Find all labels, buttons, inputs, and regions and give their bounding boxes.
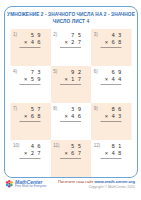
brand-tagline: Free Math for Everyone: [15, 185, 47, 189]
problem-cell-3: 3) 4 3 × 6 8: [91, 29, 131, 66]
multiplicand: 4 6: [21, 143, 41, 150]
problem-cell-4: 4) 7 3 × 5 9: [11, 66, 51, 103]
problem-work: 8 1 × 4 8: [101, 143, 121, 171]
problem-number: 9): [94, 106, 98, 111]
problem-work: 8 6 × 4 3: [101, 106, 121, 134]
multiplicand: 5 7: [21, 106, 41, 113]
problem-number: 2): [53, 32, 57, 37]
mathcenter-flower-logo-icon: [5, 180, 14, 189]
multiplicand: 7 5: [61, 32, 81, 39]
problem-number: 6): [94, 69, 98, 74]
problem-work: 5 5 × 6 7: [61, 143, 81, 171]
worksheet-border: УМНОЖЕНИЕ 2 - ЗНАЧНОГО ЧИСЛА НА 2 - ЗНАЧ…: [4, 6, 138, 178]
multiplier: × 2 7: [21, 150, 41, 157]
problem-cell-5: 5) 9 2 × 1 7: [51, 66, 91, 103]
answer-space[interactable]: [101, 84, 121, 97]
multiplicand: 4 3: [101, 32, 121, 39]
problem-work: 4 6 × 2 7: [21, 143, 41, 171]
answer-space[interactable]: [21, 121, 41, 134]
problem-number: 3): [94, 32, 98, 37]
multiplier: × 6 7: [61, 150, 81, 157]
multiplicand: 8 1: [101, 143, 121, 150]
problem-number: 8): [53, 106, 57, 111]
multiplicand: 5 9: [21, 32, 41, 39]
footer-links: Посетите наш сайт www.math-center.org Co…: [58, 180, 135, 190]
answer-space[interactable]: [61, 84, 81, 97]
problem-number: 12): [94, 143, 101, 148]
problem-cell-11: 11) 5 5 × 6 7: [51, 140, 91, 177]
problem-work: 4 3 × 6 8: [101, 32, 121, 60]
multiplier: × 4 6: [21, 39, 41, 46]
multiplier: × 5 9: [21, 76, 41, 83]
visit-text: Посетите наш сайт: [58, 180, 93, 185]
answer-space[interactable]: [61, 47, 81, 60]
problem-work: 7 3 × 5 9: [21, 69, 41, 97]
problem-number: 7): [13, 106, 17, 111]
title-line-2: ЧИСЛО ЛИСТ 4: [5, 17, 137, 24]
problem-cell-12: 12) 8 1 × 4 8: [91, 140, 131, 177]
problem-cell-7: 7) 5 7 × 6 8: [11, 103, 51, 140]
problem-number: 5): [53, 69, 57, 74]
multiplier: × 4 4: [101, 76, 121, 83]
multiplicand: 6 9: [101, 69, 121, 76]
multiplier: × 6 8: [101, 39, 121, 46]
multiplier: × 4 6: [61, 113, 81, 120]
multiplier: × 4 3: [101, 113, 121, 120]
multiplicand: 9 2: [61, 69, 81, 76]
problem-work: 6 9 × 4 4: [101, 69, 121, 97]
multiplicand: 3 9: [61, 106, 81, 113]
worksheet-page: УМНОЖЕНИЕ 2 - ЗНАЧНОГО ЧИСЛА НА 2 - ЗНАЧ…: [0, 0, 141, 200]
answer-space[interactable]: [21, 158, 41, 171]
problem-number: 10): [13, 143, 20, 148]
answer-space[interactable]: [61, 121, 81, 134]
multiplicand: 8 6: [101, 106, 121, 113]
worksheet-title: УМНОЖЕНИЕ 2 - ЗНАЧНОГО ЧИСЛА НА 2 - ЗНАЧ…: [5, 11, 137, 25]
problem-work: 5 9 × 4 6: [21, 32, 41, 60]
multiplier: × 6 8: [21, 113, 41, 120]
multiplicand: 7 3: [21, 69, 41, 76]
website-link[interactable]: www.math-center.org: [94, 180, 135, 185]
title-line-1: УМНОЖЕНИЕ 2 - ЗНАЧНОГО ЧИСЛА НА 2 - ЗНАЧ…: [5, 11, 137, 18]
multiplier: × 4 8: [101, 150, 121, 157]
answer-space[interactable]: [101, 47, 121, 60]
copyright-text: Copyright © MathCenter 2020: [58, 185, 135, 190]
multiplier: × 1 7: [61, 76, 81, 83]
problem-cell-2: 2) 7 5 × 2 7: [51, 29, 91, 66]
problems-grid: 1) 5 9 × 4 6 2) 7 5 × 2 7 3): [11, 29, 132, 177]
answer-space[interactable]: [21, 47, 41, 60]
problem-cell-6: 6) 6 9 × 4 4: [91, 66, 131, 103]
problem-work: 7 5 × 2 7: [61, 32, 81, 60]
brand-block: MathCenter Free Math for Everyone: [5, 179, 47, 188]
answer-space[interactable]: [101, 121, 121, 134]
problem-cell-10: 10) 4 6 × 2 7: [11, 140, 51, 177]
footer: MathCenter Free Math for Everyone Посети…: [5, 179, 135, 197]
problem-work: 9 2 × 1 7: [61, 69, 81, 97]
problem-work: 3 9 × 4 6: [61, 106, 81, 134]
problem-cell-9: 9) 8 6 × 4 3: [91, 103, 131, 140]
answer-space[interactable]: [21, 84, 41, 97]
problem-cell-8: 8) 3 9 × 4 6: [51, 103, 91, 140]
problem-number: 11): [53, 143, 59, 148]
answer-space[interactable]: [61, 158, 81, 171]
multiplier: × 2 7: [61, 39, 81, 46]
answer-space[interactable]: [101, 158, 121, 171]
problem-cell-1: 1) 5 9 × 4 6: [11, 29, 51, 66]
problem-number: 4): [13, 69, 17, 74]
problem-number: 1): [13, 32, 17, 37]
problem-work: 5 7 × 6 8: [21, 106, 41, 134]
multiplicand: 5 5: [61, 143, 81, 150]
